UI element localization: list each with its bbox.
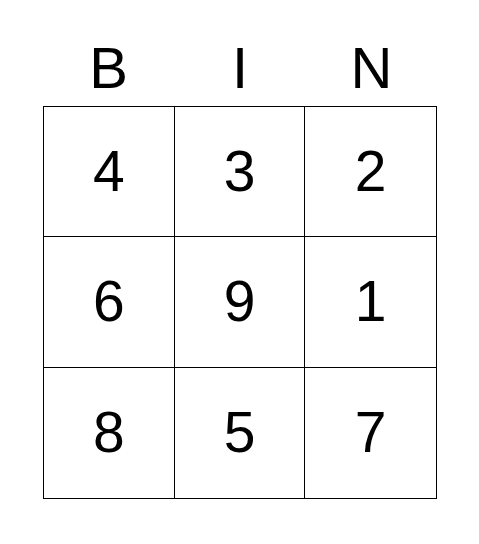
column-header-b: B [43,36,174,100]
cell-r3c2[interactable]: 5 [175,368,306,498]
cell-r2c1[interactable]: 6 [44,237,175,367]
cell-r1c3[interactable]: 2 [305,107,436,237]
bingo-grid: 4 3 2 6 9 1 8 5 7 [43,106,437,499]
cell-r2c2[interactable]: 9 [175,237,306,367]
column-header-row: B I N [43,36,437,100]
cell-r1c2[interactable]: 3 [175,107,306,237]
bingo-card: B I N 4 3 2 6 9 1 8 5 7 [0,0,479,544]
column-header-n: N [306,36,437,100]
cell-r2c3[interactable]: 1 [305,237,436,367]
column-header-i: I [174,36,305,100]
cell-r3c1[interactable]: 8 [44,368,175,498]
cell-r1c1[interactable]: 4 [44,107,175,237]
cell-r3c3[interactable]: 7 [305,368,436,498]
